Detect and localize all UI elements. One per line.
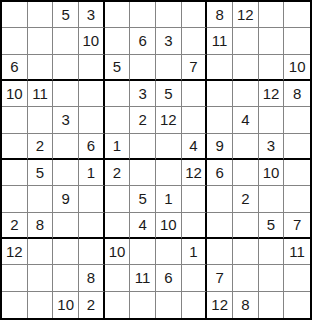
cell-r2c10[interactable] xyxy=(233,28,259,54)
cell-r1c4: 3 xyxy=(79,2,105,28)
cell-r4c10[interactable] xyxy=(233,81,259,107)
cell-r10c10[interactable] xyxy=(233,239,259,265)
cell-r7c8: 12 xyxy=(182,160,208,186)
cell-r7c6[interactable] xyxy=(130,160,156,186)
cell-r11c5[interactable] xyxy=(105,265,131,291)
cell-r11c2[interactable] xyxy=(28,265,54,291)
given-digit: 2 xyxy=(87,296,95,313)
cell-r8c1[interactable] xyxy=(2,186,28,212)
cell-r12c11[interactable] xyxy=(259,292,285,318)
cell-r1c8[interactable] xyxy=(182,2,208,28)
given-digit: 6 xyxy=(87,137,95,154)
cell-r7c12[interactable] xyxy=(284,160,310,186)
cell-r8c6: 5 xyxy=(130,186,156,212)
given-digit: 5 xyxy=(113,58,121,75)
cell-r2c9: 11 xyxy=(207,28,233,54)
cell-r1c3: 5 xyxy=(53,2,79,28)
cell-r8c12[interactable] xyxy=(284,186,310,212)
given-digit: 1 xyxy=(113,137,121,154)
cell-r5c3: 3 xyxy=(53,107,79,133)
cell-r3c6[interactable] xyxy=(130,55,156,81)
given-digit: 9 xyxy=(61,190,69,207)
given-digit: 2 xyxy=(10,216,18,233)
cell-r7c11: 10 xyxy=(259,160,285,186)
cell-r4c5[interactable] xyxy=(105,81,131,107)
cell-r6c10[interactable] xyxy=(233,134,259,160)
cell-r9c9[interactable] xyxy=(207,213,233,239)
cell-r2c4: 10 xyxy=(79,28,105,54)
cell-r12c3: 10 xyxy=(53,292,79,318)
cell-r9c1: 2 xyxy=(2,213,28,239)
cell-r4c4[interactable] xyxy=(79,81,105,107)
cell-r10c2[interactable] xyxy=(28,239,54,265)
cell-r9c2: 8 xyxy=(28,213,54,239)
given-digit: 10 xyxy=(109,243,126,260)
given-digit: 3 xyxy=(267,137,275,154)
cell-r12c2[interactable] xyxy=(28,292,54,318)
given-digit: 5 xyxy=(36,164,44,181)
cell-r4c1: 10 xyxy=(2,81,28,107)
cell-r12c4: 2 xyxy=(79,292,105,318)
cell-r8c10: 2 xyxy=(233,186,259,212)
given-digit: 2 xyxy=(113,164,121,181)
cell-r4c6: 3 xyxy=(130,81,156,107)
cell-r10c4[interactable] xyxy=(79,239,105,265)
given-digit: 8 xyxy=(215,6,223,23)
sudoku-board: 5381210631165710101135128321242614935121… xyxy=(0,0,312,320)
given-digit: 11 xyxy=(212,32,228,49)
cell-r12c10: 8 xyxy=(233,292,259,318)
cell-r2c2[interactable] xyxy=(28,28,54,54)
cell-r5c4[interactable] xyxy=(79,107,105,133)
cell-r3c5: 5 xyxy=(105,55,131,81)
cell-r7c10[interactable] xyxy=(233,160,259,186)
cell-r11c8[interactable] xyxy=(182,265,208,291)
cell-r6c12[interactable] xyxy=(284,134,310,160)
cell-r10c5: 10 xyxy=(105,239,131,265)
given-digit: 9 xyxy=(215,137,223,154)
given-digit: 3 xyxy=(61,111,69,128)
cell-r5c7: 12 xyxy=(156,107,182,133)
cell-r8c9[interactable] xyxy=(207,186,233,212)
cell-r1c7[interactable] xyxy=(156,2,182,28)
given-digit: 7 xyxy=(189,58,197,75)
cell-r5c12[interactable] xyxy=(284,107,310,133)
cell-r8c8[interactable] xyxy=(182,186,208,212)
cell-r8c3: 9 xyxy=(53,186,79,212)
given-digit: 8 xyxy=(293,85,301,102)
given-digit: 5 xyxy=(61,6,69,23)
cell-r7c3[interactable] xyxy=(53,160,79,186)
cell-r7c7[interactable] xyxy=(156,160,182,186)
cell-r2c6: 6 xyxy=(130,28,156,54)
given-digit: 6 xyxy=(164,269,172,286)
given-digit: 10 xyxy=(6,85,23,102)
given-digit: 4 xyxy=(241,111,249,128)
cell-r6c11: 3 xyxy=(259,134,285,160)
given-digit: 2 xyxy=(241,190,249,207)
cell-r5c2[interactable] xyxy=(28,107,54,133)
given-digit: 8 xyxy=(36,216,44,233)
cell-r1c11[interactable] xyxy=(259,2,285,28)
given-digit: 1 xyxy=(189,243,197,260)
cell-r4c9[interactable] xyxy=(207,81,233,107)
cell-r10c7[interactable] xyxy=(156,239,182,265)
cell-r10c6[interactable] xyxy=(130,239,156,265)
cell-r3c7[interactable] xyxy=(156,55,182,81)
cell-r3c9[interactable] xyxy=(207,55,233,81)
cell-r7c1[interactable] xyxy=(2,160,28,186)
cell-r9c7: 10 xyxy=(156,213,182,239)
cell-r2c12[interactable] xyxy=(284,28,310,54)
cell-r2c1[interactable] xyxy=(2,28,28,54)
cell-r6c7[interactable] xyxy=(156,134,182,160)
cell-r1c1[interactable] xyxy=(2,2,28,28)
cell-r6c3[interactable] xyxy=(53,134,79,160)
given-digit: 12 xyxy=(211,296,228,313)
given-digit: 3 xyxy=(164,32,172,49)
cell-r5c9[interactable] xyxy=(207,107,233,133)
cell-r1c12[interactable] xyxy=(284,2,310,28)
cell-r4c2: 11 xyxy=(28,81,54,107)
cell-r5c10: 4 xyxy=(233,107,259,133)
given-digit: 12 xyxy=(185,164,202,181)
cell-r1c6[interactable] xyxy=(130,2,156,28)
cell-r8c7: 1 xyxy=(156,186,182,212)
cell-r11c11[interactable] xyxy=(259,265,285,291)
cell-r10c9[interactable] xyxy=(207,239,233,265)
given-digit: 3 xyxy=(87,6,95,23)
cell-r4c3[interactable] xyxy=(53,81,79,107)
cell-r2c8[interactable] xyxy=(182,28,208,54)
given-digit: 11 xyxy=(32,85,48,102)
cell-r3c8: 7 xyxy=(182,55,208,81)
cell-r5c5[interactable] xyxy=(105,107,131,133)
given-digit: 2 xyxy=(36,137,44,154)
cell-r11c4: 8 xyxy=(79,265,105,291)
cell-r12c12[interactable] xyxy=(284,292,310,318)
cell-r11c3[interactable] xyxy=(53,265,79,291)
cell-r10c12: 11 xyxy=(284,239,310,265)
cell-r8c11[interactable] xyxy=(259,186,285,212)
cell-r12c5[interactable] xyxy=(105,292,131,318)
cell-r11c1[interactable] xyxy=(2,265,28,291)
cell-r7c4: 1 xyxy=(79,160,105,186)
cell-r4c7: 5 xyxy=(156,81,182,107)
given-digit: 7 xyxy=(293,216,301,233)
given-digit: 3 xyxy=(138,85,146,102)
cell-r4c11: 12 xyxy=(259,81,285,107)
cell-r4c12: 8 xyxy=(284,81,310,107)
given-digit: 8 xyxy=(241,296,249,313)
cell-r5c1[interactable] xyxy=(2,107,28,133)
given-digit: 2 xyxy=(138,111,146,128)
cell-r8c2[interactable] xyxy=(28,186,54,212)
cell-r3c4[interactable] xyxy=(79,55,105,81)
cell-r11c6: 11 xyxy=(130,265,156,291)
cell-r9c3[interactable] xyxy=(53,213,79,239)
given-digit: 5 xyxy=(267,216,275,233)
given-digit: 8 xyxy=(87,269,95,286)
cell-r6c8: 4 xyxy=(182,134,208,160)
cell-r6c4: 6 xyxy=(79,134,105,160)
given-digit: 6 xyxy=(215,164,223,181)
cell-r10c3[interactable] xyxy=(53,239,79,265)
given-digit: 6 xyxy=(10,58,18,75)
cell-r2c5[interactable] xyxy=(105,28,131,54)
cell-r6c9: 9 xyxy=(207,134,233,160)
cell-r11c7: 6 xyxy=(156,265,182,291)
cell-r6c2: 2 xyxy=(28,134,54,160)
given-digit: 1 xyxy=(87,164,95,181)
cell-r6c5: 1 xyxy=(105,134,131,160)
given-digit: 5 xyxy=(164,85,172,102)
given-digit: 7 xyxy=(215,269,223,286)
cell-r10c11[interactable] xyxy=(259,239,285,265)
cell-r2c7: 3 xyxy=(156,28,182,54)
given-digit: 12 xyxy=(263,85,280,102)
cell-r9c10[interactable] xyxy=(233,213,259,239)
cell-r2c11[interactable] xyxy=(259,28,285,54)
cell-r5c11[interactable] xyxy=(259,107,285,133)
cell-r9c8[interactable] xyxy=(182,213,208,239)
cell-r5c8[interactable] xyxy=(182,107,208,133)
cell-r8c4[interactable] xyxy=(79,186,105,212)
cell-r1c2[interactable] xyxy=(28,2,54,28)
given-digit: 11 xyxy=(135,269,151,286)
cell-r7c9: 6 xyxy=(207,160,233,186)
given-digit: 12 xyxy=(237,6,254,23)
cell-r3c2[interactable] xyxy=(28,55,54,81)
given-digit: 1 xyxy=(164,190,172,207)
given-digit: 10 xyxy=(263,164,280,181)
given-digit: 6 xyxy=(138,32,146,49)
cell-r4c8[interactable] xyxy=(182,81,208,107)
cell-r3c1: 6 xyxy=(2,55,28,81)
cell-r11c10[interactable] xyxy=(233,265,259,291)
cell-r9c11: 5 xyxy=(259,213,285,239)
cell-r12c7[interactable] xyxy=(156,292,182,318)
cell-r1c5[interactable] xyxy=(105,2,131,28)
given-digit: 10 xyxy=(57,296,74,313)
given-digit: 10 xyxy=(82,32,99,49)
given-digit: 12 xyxy=(160,111,177,128)
cell-r12c8[interactable] xyxy=(182,292,208,318)
cell-r1c10: 12 xyxy=(233,2,259,28)
cell-r11c9: 7 xyxy=(207,265,233,291)
cell-r9c5[interactable] xyxy=(105,213,131,239)
cell-r9c4[interactable] xyxy=(79,213,105,239)
cell-r3c12: 10 xyxy=(284,55,310,81)
cell-r10c8: 1 xyxy=(182,239,208,265)
given-digit: 10 xyxy=(160,216,177,233)
cell-r7c2: 5 xyxy=(28,160,54,186)
cell-r3c10[interactable] xyxy=(233,55,259,81)
cell-r1c9: 8 xyxy=(207,2,233,28)
cell-r11c12[interactable] xyxy=(284,265,310,291)
cell-r7c5: 2 xyxy=(105,160,131,186)
cell-r6c1[interactable] xyxy=(2,134,28,160)
given-digit: 10 xyxy=(289,58,306,75)
cell-r9c6: 4 xyxy=(130,213,156,239)
cell-r12c6[interactable] xyxy=(130,292,156,318)
cell-r3c3[interactable] xyxy=(53,55,79,81)
given-digit: 4 xyxy=(189,137,197,154)
cell-r6c6[interactable] xyxy=(130,134,156,160)
given-digit: 4 xyxy=(138,216,146,233)
cell-r2c3[interactable] xyxy=(53,28,79,54)
cell-r12c1[interactable] xyxy=(2,292,28,318)
cell-r3c11[interactable] xyxy=(259,55,285,81)
cell-r12c9: 12 xyxy=(207,292,233,318)
cell-r9c12: 7 xyxy=(284,213,310,239)
cell-r5c6: 2 xyxy=(130,107,156,133)
given-digit: 12 xyxy=(6,243,23,260)
cell-r8c5[interactable] xyxy=(105,186,131,212)
given-digit: 11 xyxy=(289,243,305,260)
given-digit: 5 xyxy=(138,190,146,207)
cell-r10c1: 12 xyxy=(2,239,28,265)
